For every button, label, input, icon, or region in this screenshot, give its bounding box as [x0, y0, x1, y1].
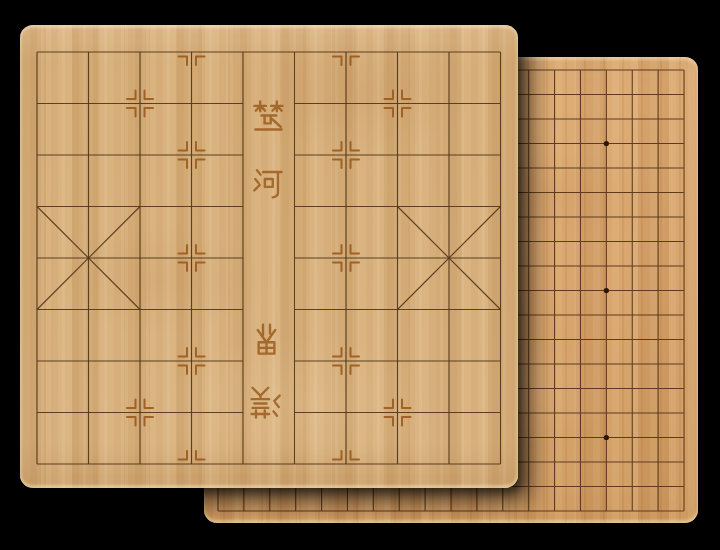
- star-point: [604, 141, 609, 146]
- xiangqi-board: [20, 25, 518, 488]
- river-character-han: [249, 386, 284, 421]
- star-point: [604, 288, 609, 293]
- river-character-he: [250, 165, 285, 200]
- star-point: [604, 435, 609, 440]
- product-photo-scene: [0, 0, 720, 550]
- river-character-jie: [249, 323, 284, 358]
- river-character-chu: [251, 98, 286, 133]
